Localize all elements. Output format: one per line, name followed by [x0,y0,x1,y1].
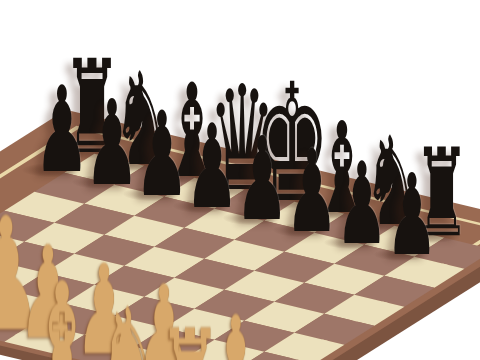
piece-black-pawn-a7[interactable]: ♟ [34,71,89,190]
piece-black-pawn-d7[interactable]: ♟ [185,109,239,225]
chess-photo-scene: ♜♞♝♛♚♝♞♜♟♟♟♟♟♟♟♟♟♟♝♟♞♟♜♟ [0,0,480,360]
piece-black-pawn-b7[interactable]: ♟ [84,84,139,202]
piece-black-pawn-h7[interactable]: ♟ [386,160,438,272]
piece-black-pawn-e7[interactable]: ♟ [235,122,289,237]
piece-white-pawn[interactable]: ♟ [209,301,263,360]
piece-black-pawn-c7[interactable]: ♟ [135,96,190,213]
piece-black-pawn-g7[interactable]: ♟ [336,148,389,261]
piece-black-pawn-f7[interactable]: ♟ [285,135,338,249]
